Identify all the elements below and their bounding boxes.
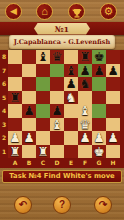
piece-black-rook: ♜ bbox=[8, 91, 22, 105]
piece-white-rook: ♜ bbox=[8, 145, 22, 159]
square-g3[interactable] bbox=[92, 118, 106, 132]
piece-black-bishop: ♝ bbox=[64, 64, 78, 78]
square-d4[interactable]: ♟ bbox=[50, 104, 64, 118]
file-label-c: C bbox=[36, 158, 50, 168]
rank-label-7: 7 bbox=[0, 64, 8, 78]
square-f8[interactable]: ♜ bbox=[78, 50, 92, 64]
task-banner: Task №4 Find White's move bbox=[2, 170, 122, 183]
square-f4[interactable]: ♝ bbox=[78, 104, 92, 118]
square-b7[interactable] bbox=[22, 64, 36, 78]
piece-black-queen: ♛ bbox=[50, 50, 64, 64]
square-e8[interactable] bbox=[64, 50, 78, 64]
square-e2[interactable] bbox=[64, 131, 78, 145]
square-f5[interactable] bbox=[78, 91, 92, 105]
square-d6[interactable] bbox=[50, 77, 64, 91]
rank-labels: 87654321 bbox=[0, 50, 8, 158]
square-h1[interactable] bbox=[106, 145, 120, 159]
square-c7[interactable] bbox=[36, 64, 50, 78]
square-f6[interactable]: ♞ bbox=[78, 77, 92, 91]
rank-label-1: 1 bbox=[0, 145, 8, 159]
board: ♝♛♜♚♝♟♟♟♟♞♜♞♟♟♝♝♛♟♟♟♟♟♜♜♚ bbox=[8, 50, 120, 158]
square-d5[interactable] bbox=[50, 91, 64, 105]
square-g8[interactable]: ♚ bbox=[92, 50, 106, 64]
rank-label-4: 4 bbox=[0, 104, 8, 118]
redo-button[interactable]: ↷ bbox=[94, 196, 112, 214]
square-g6[interactable] bbox=[92, 77, 106, 91]
square-h5[interactable] bbox=[106, 91, 120, 105]
file-labels: ABCDEFGH bbox=[8, 158, 120, 168]
square-c1[interactable]: ♜ bbox=[36, 145, 50, 159]
square-h2[interactable]: ♟ bbox=[106, 131, 120, 145]
puzzle-number-ribbon: №1 bbox=[34, 23, 90, 35]
gear-icon: ⚙ bbox=[104, 5, 114, 17]
piece-white-pawn: ♟ bbox=[78, 131, 92, 145]
file-label-b: B bbox=[22, 158, 36, 168]
square-e3[interactable] bbox=[64, 118, 78, 132]
piece-black-pawn: ♟ bbox=[92, 64, 106, 78]
square-e7[interactable]: ♝ bbox=[64, 64, 78, 78]
square-d3[interactable]: ♝ bbox=[50, 118, 64, 132]
square-c6[interactable] bbox=[36, 77, 50, 91]
square-g4[interactable] bbox=[92, 104, 106, 118]
square-e5[interactable]: ♞ bbox=[64, 91, 78, 105]
square-c2[interactable] bbox=[36, 131, 50, 145]
square-c4[interactable] bbox=[36, 104, 50, 118]
square-f1[interactable] bbox=[78, 145, 92, 159]
settings-button[interactable]: ⚙ bbox=[100, 3, 117, 20]
piece-black-rook: ♜ bbox=[78, 50, 92, 64]
file-label-e: E bbox=[64, 158, 78, 168]
square-h8[interactable] bbox=[106, 50, 120, 64]
redo-icon: ↷ bbox=[99, 199, 107, 210]
piece-white-pawn: ♟ bbox=[106, 131, 120, 145]
piece-white-queen: ♛ bbox=[78, 118, 92, 132]
square-e6[interactable]: ♟ bbox=[64, 77, 78, 91]
piece-black-king: ♚ bbox=[92, 50, 106, 64]
square-a7[interactable] bbox=[8, 64, 22, 78]
square-d2[interactable] bbox=[50, 131, 64, 145]
piece-white-pawn: ♟ bbox=[8, 131, 22, 145]
players-banner: J.Capablanca - G.Levenfish bbox=[9, 35, 115, 49]
square-a1[interactable]: ♜ bbox=[8, 145, 22, 159]
piece-white-rook: ♜ bbox=[36, 145, 50, 159]
file-label-d: D bbox=[50, 158, 64, 168]
square-g1[interactable]: ♚ bbox=[92, 145, 106, 159]
square-f7[interactable]: ♟ bbox=[78, 64, 92, 78]
square-a6[interactable] bbox=[8, 77, 22, 91]
home-button[interactable]: ⌂ bbox=[36, 3, 53, 20]
square-a5[interactable]: ♜ bbox=[8, 91, 22, 105]
piece-white-king: ♚ bbox=[92, 145, 106, 159]
undo-button[interactable]: ↶ bbox=[14, 196, 32, 214]
hint-button[interactable]: ? bbox=[53, 196, 71, 214]
question-icon: ? bbox=[59, 199, 65, 210]
piece-white-bishop: ♝ bbox=[78, 104, 92, 118]
square-c8[interactable]: ♝ bbox=[36, 50, 50, 64]
square-b5[interactable] bbox=[22, 91, 36, 105]
square-b2[interactable]: ♟ bbox=[22, 131, 36, 145]
piece-black-pawn: ♟ bbox=[50, 104, 64, 118]
square-b6[interactable] bbox=[22, 77, 36, 91]
file-label-f: F bbox=[78, 158, 92, 168]
piece-white-bishop: ♝ bbox=[50, 118, 64, 132]
square-h6[interactable] bbox=[106, 77, 120, 91]
file-label-g: G bbox=[92, 158, 106, 168]
square-h3[interactable] bbox=[106, 118, 120, 132]
piece-black-bishop: ♝ bbox=[36, 50, 50, 64]
square-h4[interactable] bbox=[106, 104, 120, 118]
trophy-icon bbox=[69, 8, 84, 18]
square-h7[interactable]: ♟ bbox=[106, 64, 120, 78]
square-g5[interactable] bbox=[92, 91, 106, 105]
piece-white-pawn: ♟ bbox=[92, 131, 106, 145]
piece-black-knight: ♞ bbox=[78, 77, 92, 91]
square-a8[interactable] bbox=[8, 50, 22, 64]
rank-label-2: 2 bbox=[0, 131, 8, 145]
square-d7[interactable] bbox=[50, 64, 64, 78]
rank-label-6: 6 bbox=[0, 77, 8, 91]
piece-white-knight: ♞ bbox=[64, 91, 78, 105]
back-icon: ◀ bbox=[10, 6, 17, 16]
rank-label-8: 8 bbox=[0, 50, 8, 64]
app-screen: ◀ ⌂ ⚙ №1 J.Capablanca - G.Levenfish 8765… bbox=[0, 0, 124, 220]
piece-black-pawn: ♟ bbox=[64, 77, 78, 91]
square-b4[interactable]: ♟ bbox=[22, 104, 36, 118]
square-a2[interactable]: ♟ bbox=[8, 131, 22, 145]
title-band: №1 bbox=[0, 22, 124, 35]
board-frame: 87654321 ♝♛♜♚♝♟♟♟♟♞♜♞♟♟♝♝♛♟♟♟♟♟♜♜♚ ABCDE… bbox=[0, 50, 124, 168]
home-icon: ⌂ bbox=[41, 5, 48, 17]
piece-black-pawn: ♟ bbox=[78, 64, 92, 78]
file-label-a: A bbox=[8, 158, 22, 168]
square-b1[interactable] bbox=[22, 145, 36, 159]
square-d1[interactable] bbox=[50, 145, 64, 159]
square-f3[interactable]: ♛ bbox=[78, 118, 92, 132]
undo-icon: ↶ bbox=[19, 199, 27, 210]
rank-label-3: 3 bbox=[0, 118, 8, 132]
square-e1[interactable] bbox=[64, 145, 78, 159]
piece-white-pawn: ♟ bbox=[22, 131, 36, 145]
square-a4[interactable] bbox=[8, 104, 22, 118]
square-g7[interactable]: ♟ bbox=[92, 64, 106, 78]
piece-black-pawn: ♟ bbox=[106, 64, 120, 78]
rank-label-5: 5 bbox=[0, 91, 8, 105]
square-e4[interactable] bbox=[64, 104, 78, 118]
square-b8[interactable] bbox=[22, 50, 36, 64]
top-toolbar: ◀ ⌂ ⚙ bbox=[0, 2, 124, 21]
square-g2[interactable]: ♟ bbox=[92, 131, 106, 145]
square-d8[interactable]: ♛ bbox=[50, 50, 64, 64]
piece-black-pawn: ♟ bbox=[22, 104, 36, 118]
square-f2[interactable]: ♟ bbox=[78, 131, 92, 145]
square-c5[interactable] bbox=[36, 91, 50, 105]
trophy-button[interactable] bbox=[68, 3, 85, 20]
file-label-h: H bbox=[106, 158, 120, 168]
square-a3[interactable] bbox=[8, 118, 22, 132]
square-c3[interactable] bbox=[36, 118, 50, 132]
square-b3[interactable] bbox=[22, 118, 36, 132]
back-button[interactable]: ◀ bbox=[5, 3, 22, 20]
